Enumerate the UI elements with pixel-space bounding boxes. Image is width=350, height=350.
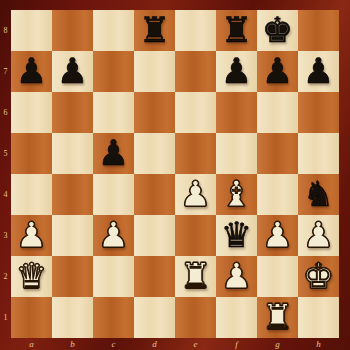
rank-label-4: 4 — [0, 174, 11, 215]
square-c7[interactable] — [93, 51, 134, 92]
square-f5[interactable] — [216, 133, 257, 174]
square-h8[interactable] — [298, 10, 339, 51]
square-f7[interactable]: ♟ — [216, 51, 257, 92]
square-e2[interactable]: ♜ — [175, 256, 216, 297]
rank-label-7: 7 — [0, 51, 11, 92]
square-a4[interactable] — [11, 174, 52, 215]
file-label-d: d — [134, 338, 175, 350]
white-pawn[interactable]: ♟ — [262, 215, 293, 256]
square-c6[interactable] — [93, 92, 134, 133]
square-d7[interactable] — [134, 51, 175, 92]
square-b2[interactable] — [52, 256, 93, 297]
black-pawn[interactable]: ♟ — [303, 51, 334, 92]
file-label-b: b — [52, 338, 93, 350]
square-e5[interactable] — [175, 133, 216, 174]
white-pawn[interactable]: ♟ — [180, 174, 211, 215]
square-g6[interactable] — [257, 92, 298, 133]
black-pawn[interactable]: ♟ — [221, 51, 252, 92]
black-queen[interactable]: ♛ — [221, 215, 252, 256]
square-f1[interactable] — [216, 297, 257, 338]
square-c2[interactable] — [93, 256, 134, 297]
square-a1[interactable] — [11, 297, 52, 338]
square-c1[interactable] — [93, 297, 134, 338]
square-g8[interactable]: ♚ — [257, 10, 298, 51]
square-a8[interactable] — [11, 10, 52, 51]
square-d3[interactable] — [134, 215, 175, 256]
square-g4[interactable] — [257, 174, 298, 215]
file-label-f: f — [216, 338, 257, 350]
black-pawn[interactable]: ♟ — [16, 51, 47, 92]
white-bishop[interactable]: ♝ — [221, 174, 252, 215]
square-h6[interactable] — [298, 92, 339, 133]
square-g1[interactable]: ♜ — [257, 297, 298, 338]
rank-label-5: 5 — [0, 133, 11, 174]
square-f6[interactable] — [216, 92, 257, 133]
square-g7[interactable]: ♟ — [257, 51, 298, 92]
square-c3[interactable]: ♟ — [93, 215, 134, 256]
rank-label-3: 3 — [0, 215, 11, 256]
square-d2[interactable] — [134, 256, 175, 297]
square-d1[interactable] — [134, 297, 175, 338]
square-h2[interactable]: ♚ — [298, 256, 339, 297]
square-b7[interactable]: ♟ — [52, 51, 93, 92]
square-b4[interactable] — [52, 174, 93, 215]
black-rook[interactable]: ♜ — [221, 10, 252, 51]
white-pawn[interactable]: ♟ — [303, 215, 334, 256]
chessboard: ♜♜♚♟♟♟♟♟♟♟♝♞♟♟♛♟♟♛♜♟♚♜ 87654321 abcdefgh — [0, 0, 350, 350]
square-h1[interactable] — [298, 297, 339, 338]
square-d5[interactable] — [134, 133, 175, 174]
square-f3[interactable]: ♛ — [216, 215, 257, 256]
square-g5[interactable] — [257, 133, 298, 174]
rank-label-1: 1 — [0, 297, 11, 338]
square-h4[interactable]: ♞ — [298, 174, 339, 215]
square-c5[interactable]: ♟ — [93, 133, 134, 174]
square-b3[interactable] — [52, 215, 93, 256]
square-a7[interactable]: ♟ — [11, 51, 52, 92]
black-pawn[interactable]: ♟ — [98, 133, 129, 174]
square-a5[interactable] — [11, 133, 52, 174]
square-a3[interactable]: ♟ — [11, 215, 52, 256]
square-g2[interactable] — [257, 256, 298, 297]
white-rook[interactable]: ♜ — [262, 297, 293, 338]
black-pawn[interactable]: ♟ — [57, 51, 88, 92]
square-f2[interactable]: ♟ — [216, 256, 257, 297]
square-e6[interactable] — [175, 92, 216, 133]
square-h7[interactable]: ♟ — [298, 51, 339, 92]
file-label-a: a — [11, 338, 52, 350]
black-rook[interactable]: ♜ — [139, 10, 170, 51]
square-g3[interactable]: ♟ — [257, 215, 298, 256]
square-e3[interactable] — [175, 215, 216, 256]
black-knight[interactable]: ♞ — [303, 174, 334, 215]
black-king[interactable]: ♚ — [262, 10, 293, 51]
square-b6[interactable] — [52, 92, 93, 133]
square-a2[interactable]: ♛ — [11, 256, 52, 297]
square-e8[interactable] — [175, 10, 216, 51]
rank-label-8: 8 — [0, 10, 11, 51]
white-rook[interactable]: ♜ — [180, 256, 211, 297]
square-h5[interactable] — [298, 133, 339, 174]
black-pawn[interactable]: ♟ — [262, 51, 293, 92]
file-label-h: h — [298, 338, 339, 350]
file-label-g: g — [257, 338, 298, 350]
square-c4[interactable] — [93, 174, 134, 215]
square-c8[interactable] — [93, 10, 134, 51]
square-e1[interactable] — [175, 297, 216, 338]
square-e4[interactable]: ♟ — [175, 174, 216, 215]
rank-label-6: 6 — [0, 92, 11, 133]
square-d4[interactable] — [134, 174, 175, 215]
square-d6[interactable] — [134, 92, 175, 133]
square-f4[interactable]: ♝ — [216, 174, 257, 215]
square-h3[interactable]: ♟ — [298, 215, 339, 256]
board-grid: ♜♜♚♟♟♟♟♟♟♟♝♞♟♟♛♟♟♛♜♟♚♜ — [11, 10, 339, 338]
file-label-e: e — [175, 338, 216, 350]
square-b5[interactable] — [52, 133, 93, 174]
white-pawn[interactable]: ♟ — [98, 215, 129, 256]
file-label-c: c — [93, 338, 134, 350]
square-d8[interactable]: ♜ — [134, 10, 175, 51]
square-e7[interactable] — [175, 51, 216, 92]
square-a6[interactable] — [11, 92, 52, 133]
white-pawn[interactable]: ♟ — [221, 256, 252, 297]
white-pawn[interactable]: ♟ — [16, 215, 47, 256]
rank-label-2: 2 — [0, 256, 11, 297]
white-queen[interactable]: ♛ — [16, 256, 47, 297]
white-king[interactable]: ♚ — [303, 256, 334, 297]
square-b8[interactable] — [52, 10, 93, 51]
square-b1[interactable] — [52, 297, 93, 338]
square-f8[interactable]: ♜ — [216, 10, 257, 51]
